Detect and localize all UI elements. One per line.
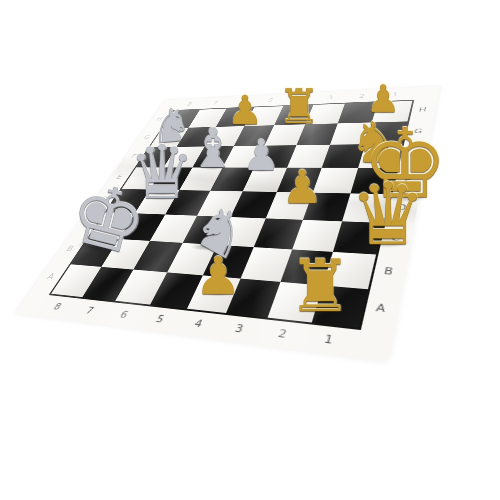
gold-pawn-a4: ♟ xyxy=(195,250,242,302)
rank-label-bottom: 8 xyxy=(52,302,63,311)
rank-label-top: 7 xyxy=(212,100,219,105)
rank-label-top: 5 xyxy=(267,98,274,103)
product-photo-chess-set: H88HG77GF66FE55ED44DC33CB22BA11A ♟♜♟♞♞♝♟… xyxy=(0,0,500,500)
file-label-left: A xyxy=(46,272,57,280)
gold-rook-a2: ♜ xyxy=(288,250,353,322)
rank-label-top: 2 xyxy=(358,93,365,98)
gold-rook-h4: ♜ xyxy=(277,82,320,130)
silver-bishop-f6: ♝ xyxy=(189,122,237,176)
rank-label-bottom: 2 xyxy=(277,328,288,340)
rank-label-bottom: 7 xyxy=(84,305,95,315)
rank-label-top: 3 xyxy=(326,95,333,100)
silver-pawn-f5: ♟ xyxy=(242,135,280,177)
rank-label-bottom: 4 xyxy=(193,318,204,329)
file-label-right: B xyxy=(383,266,394,276)
file-label-right: A xyxy=(375,302,386,314)
rank-label-bottom: 5 xyxy=(155,313,166,324)
rank-label-bottom: 6 xyxy=(118,309,129,319)
rank-label-bottom: 1 xyxy=(323,333,334,345)
gold-pawn-d3: ♟ xyxy=(281,164,322,210)
rank-label-bottom: 3 xyxy=(234,323,245,334)
gold-queen-c1: ♛ xyxy=(349,171,426,257)
